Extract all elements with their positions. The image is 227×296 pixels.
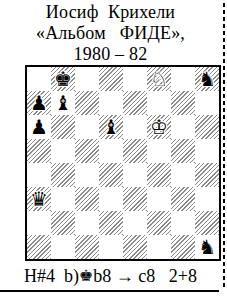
piece-black-king-b8: ♚ xyxy=(54,67,72,91)
square-g7 xyxy=(171,91,195,115)
square-a5 xyxy=(27,139,51,163)
square-a8 xyxy=(27,67,51,91)
square-c3 xyxy=(75,187,99,211)
square-e1 xyxy=(123,235,147,259)
author-name: Иосиф Крихели xyxy=(0,2,221,23)
stipulation-twin-and-material: b8 → c8 2+8 xyxy=(93,266,197,286)
square-b7: ♝ xyxy=(51,91,75,115)
square-c8 xyxy=(75,67,99,91)
square-a2 xyxy=(27,211,51,235)
square-d3 xyxy=(99,187,123,211)
square-h7 xyxy=(195,91,219,115)
table-gridline-right xyxy=(223,3,225,289)
square-h5 xyxy=(195,139,219,163)
square-h3 xyxy=(195,187,219,211)
square-d8 xyxy=(99,67,123,91)
square-a6: ♟ xyxy=(27,115,51,139)
square-c5 xyxy=(75,139,99,163)
square-e3 xyxy=(123,187,147,211)
square-b2 xyxy=(51,211,75,235)
square-b6 xyxy=(51,115,75,139)
source-name: «Альбом ФИДЕ», xyxy=(0,23,221,44)
square-h2 xyxy=(195,211,219,235)
square-f7 xyxy=(147,91,171,115)
square-g1 xyxy=(171,235,195,259)
square-g6 xyxy=(171,115,195,139)
piece-black-queen-a3: ♛ xyxy=(30,187,48,211)
square-b3 xyxy=(51,187,75,211)
square-f3 xyxy=(147,187,171,211)
square-e8 xyxy=(123,67,147,91)
square-g4 xyxy=(171,163,195,187)
piece-white-knight-f8: ♘ xyxy=(150,67,168,91)
square-b5 xyxy=(51,139,75,163)
square-e2 xyxy=(123,211,147,235)
square-f4 xyxy=(147,163,171,187)
square-d1 xyxy=(99,235,123,259)
square-a7: ♟ xyxy=(27,91,51,115)
table-border-bottom xyxy=(0,290,219,292)
piece-black-bishop-d6: ♝ xyxy=(102,115,120,139)
square-b1 xyxy=(51,235,75,259)
square-c6 xyxy=(75,115,99,139)
square-f5 xyxy=(147,139,171,163)
square-h8: ♞ xyxy=(195,67,219,91)
square-d4 xyxy=(99,163,123,187)
piece-white-king-f6: ♔ xyxy=(150,115,168,139)
square-c2 xyxy=(75,211,99,235)
square-h1: ♞ xyxy=(195,235,219,259)
piece-black-knight-h8: ♞ xyxy=(198,67,216,91)
square-g2 xyxy=(171,211,195,235)
problem-header: Иосиф Крихели «Альбом ФИДЕ», 1980 – 82 xyxy=(0,2,221,65)
square-e4 xyxy=(123,163,147,187)
black-king-icon: ♚ xyxy=(79,266,93,285)
square-g8 xyxy=(171,67,195,91)
square-c1 xyxy=(75,235,99,259)
square-f6: ♔ xyxy=(147,115,171,139)
square-c7 xyxy=(75,91,99,115)
piece-black-knight-h1: ♞ xyxy=(198,235,216,259)
square-h4 xyxy=(195,163,219,187)
square-a1 xyxy=(27,235,51,259)
square-g5 xyxy=(171,139,195,163)
square-e7 xyxy=(123,91,147,115)
square-a4 xyxy=(27,163,51,187)
square-f1 xyxy=(147,235,171,259)
square-a3: ♛ xyxy=(27,187,51,211)
square-f2 xyxy=(147,211,171,235)
square-b4 xyxy=(51,163,75,187)
square-c4 xyxy=(75,163,99,187)
square-b8: ♚ xyxy=(51,67,75,91)
chess-board: ♚♘♞♟♝♟♝♔♛♞ xyxy=(25,65,221,261)
page: Иосиф Крихели «Альбом ФИДЕ», 1980 – 82 ♚… xyxy=(0,0,227,296)
square-f8: ♘ xyxy=(147,67,171,91)
square-d7 xyxy=(99,91,123,115)
piece-black-bishop-b7: ♝ xyxy=(54,91,72,115)
source-years: 1980 – 82 xyxy=(0,44,221,65)
stipulation-prefix: H#4 b) xyxy=(24,266,79,286)
stipulation-line: H#4 b)♚b8 → c8 2+8 xyxy=(0,263,221,289)
square-d5 xyxy=(99,139,123,163)
square-d6: ♝ xyxy=(99,115,123,139)
square-e5 xyxy=(123,139,147,163)
square-g3 xyxy=(171,187,195,211)
piece-black-pawn-a6: ♟ xyxy=(30,115,48,139)
piece-black-pawn-a7: ♟ xyxy=(30,91,48,115)
square-d2 xyxy=(99,211,123,235)
square-h6 xyxy=(195,115,219,139)
square-e6 xyxy=(123,115,147,139)
